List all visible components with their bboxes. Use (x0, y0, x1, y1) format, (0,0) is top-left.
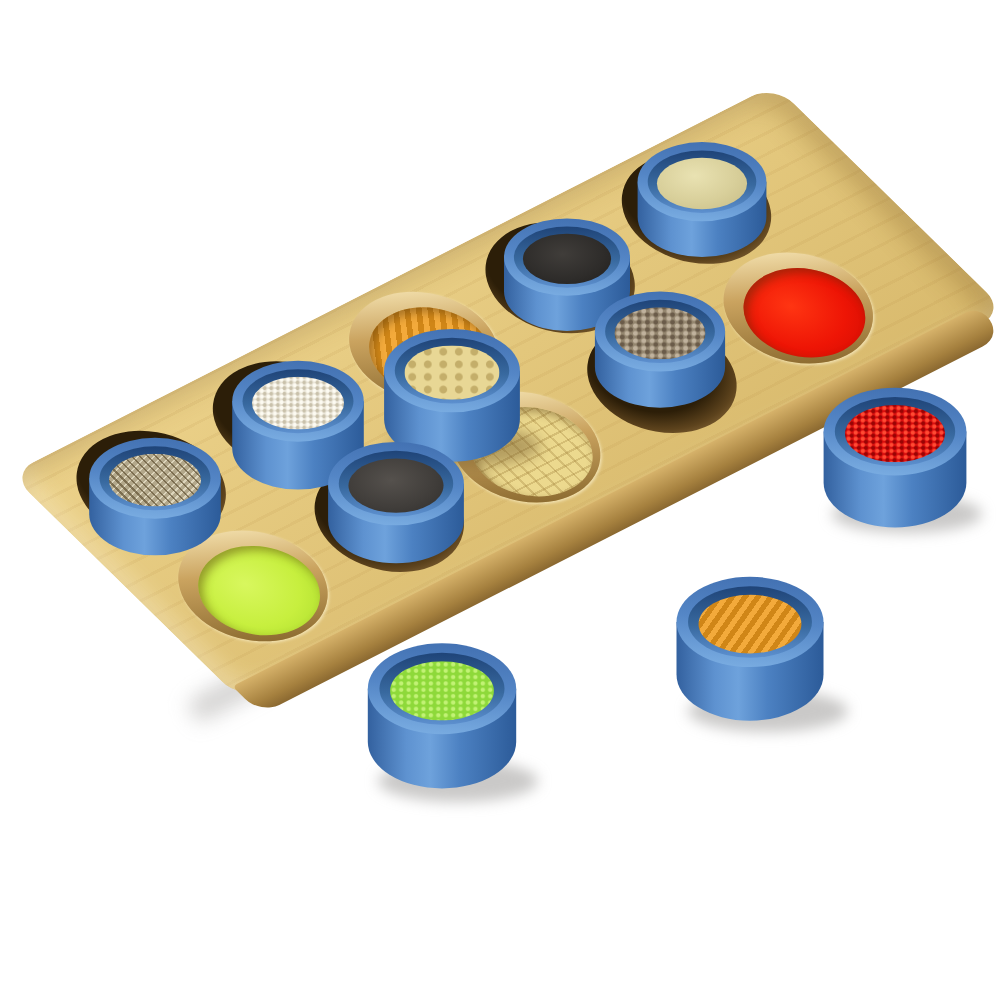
white-velcro-texture (252, 377, 344, 430)
red-bristle-texture (845, 405, 945, 462)
cup-red-bristle[interactable] (824, 388, 967, 519)
cup-brown-loop-wool[interactable] (595, 291, 725, 410)
steel-mesh-texture (109, 454, 201, 507)
red-felt-pad (718, 251, 889, 374)
tan-dimple-texture (404, 345, 499, 399)
cream-sponge-texture (657, 158, 747, 210)
cup-orange-ribbed[interactable] (677, 577, 824, 711)
cup-green-sponge[interactable] (368, 643, 516, 779)
black-sandpaper-texture (523, 234, 611, 284)
cup-grey-sandpaper[interactable] (328, 442, 464, 566)
scene (0, 0, 1000, 1000)
cup-tan-dimple[interactable] (384, 329, 520, 453)
green-sponge-texture (390, 661, 494, 720)
cup-cream-sponge[interactable] (638, 142, 767, 260)
cup-steel-mesh[interactable] (89, 438, 221, 558)
grey-sandpaper-texture (348, 458, 443, 512)
brown-loop-wool-texture (614, 307, 705, 359)
orange-ribbed-texture (699, 595, 802, 654)
